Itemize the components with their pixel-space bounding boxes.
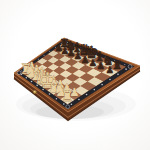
piece-black-pawn-g7: ♟: [97, 60, 106, 71]
band-dot: [49, 51, 50, 52]
band-dot: [93, 89, 95, 91]
chess-board: ♜♞♟♝♟♛♟♚♟♝♟♞♟♜♟♟♟♟♜♟♞♟♝♟♛♟♚♝♟♞♟♜: [0, 0, 150, 150]
band-dot: [109, 79, 111, 81]
band-dot: [43, 55, 44, 56]
band-dot: [125, 68, 127, 70]
band-dot: [117, 74, 119, 76]
clasp-plate: [33, 90, 36, 93]
clasp-icon: [33, 90, 36, 93]
product-photo: ♜♞♟♝♟♛♟♚♟♝♟♞♟♜♟♟♟♟♜♟♞♟♝♟♛♟♚♝♟♞♟♜: [0, 0, 150, 150]
band-dot: [101, 84, 103, 86]
clasp-glint: [34, 91, 35, 92]
piece-white-rook-h1: ♜: [61, 88, 74, 104]
piece-black-pawn-h7: ♟: [105, 64, 114, 75]
band-dot: [38, 59, 39, 60]
band-dot: [86, 94, 88, 96]
band-dot: [124, 64, 125, 65]
